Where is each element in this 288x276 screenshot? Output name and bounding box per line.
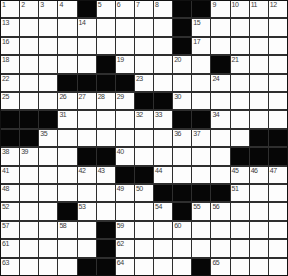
block-r14c6	[97, 240, 115, 256]
cell-r5c15[interactable]	[269, 75, 287, 91]
clue-number: 47	[270, 167, 277, 175]
cell-r9c9[interactable]	[154, 148, 172, 164]
clue-number: 44	[155, 167, 162, 175]
block-r11c11	[192, 185, 210, 201]
clue-number: 56	[212, 203, 219, 211]
block-r15c5	[78, 259, 96, 275]
block-r8c2	[20, 130, 38, 146]
block-r11c9	[154, 185, 172, 201]
clue-number: 30	[174, 93, 181, 101]
clue-number: 38	[2, 148, 9, 156]
cell-r1c1[interactable]: 1	[1, 1, 19, 17]
cell-r15c4[interactable]	[58, 259, 76, 275]
cell-r2c14[interactable]	[250, 19, 268, 35]
cell-r11c3[interactable]	[39, 185, 57, 201]
cell-r4c9[interactable]	[154, 56, 172, 72]
cell-r11c5[interactable]	[78, 185, 96, 201]
block-r9c6	[97, 148, 115, 164]
cell-r15c13[interactable]	[231, 259, 249, 275]
block-r1c10	[173, 1, 191, 17]
cell-r3c3[interactable]	[39, 38, 57, 54]
cell-r5c3[interactable]	[39, 75, 57, 91]
block-r12c10	[173, 203, 191, 219]
cell-r6c4[interactable]: 26	[58, 93, 76, 109]
clue-number: 53	[79, 203, 86, 211]
cell-r6c10[interactable]: 30	[173, 93, 191, 109]
cell-r6c14[interactable]	[250, 93, 268, 109]
cell-r9c8[interactable]	[135, 148, 153, 164]
block-r5c6	[97, 75, 115, 91]
cell-r14c14[interactable]	[250, 240, 268, 256]
clue-number: 55	[193, 203, 200, 211]
cell-r8c10[interactable]: 36	[173, 130, 191, 146]
block-r9c13	[231, 148, 249, 164]
cell-r13c10[interactable]: 60	[173, 222, 191, 238]
cell-r9c11[interactable]	[192, 148, 210, 164]
clue-number: 26	[59, 93, 66, 101]
block-r7c2	[20, 111, 38, 127]
clue-number: 2	[21, 1, 24, 9]
cell-r2c4[interactable]	[58, 19, 76, 35]
cell-r4c7[interactable]: 19	[116, 56, 134, 72]
cell-r14c15[interactable]	[269, 240, 287, 256]
clue-number: 60	[174, 222, 181, 230]
cell-r4c1[interactable]: 18	[1, 56, 19, 72]
cell-r13c5[interactable]	[78, 222, 96, 238]
cell-r14c4[interactable]	[58, 240, 76, 256]
cell-r7c4[interactable]: 31	[58, 111, 76, 127]
cell-r9c4[interactable]	[58, 148, 76, 164]
cell-r6c1[interactable]: 25	[1, 93, 19, 109]
block-r8c14	[250, 130, 268, 146]
clue-number: 48	[2, 185, 9, 193]
clue-number: 42	[79, 167, 86, 175]
cell-r15c14[interactable]	[250, 259, 268, 275]
cell-r4c2[interactable]	[20, 56, 38, 72]
cell-r10c6[interactable]: 43	[97, 167, 115, 183]
cell-r1c4[interactable]: 4	[58, 1, 76, 17]
cell-r8c7[interactable]	[116, 130, 134, 146]
cell-r11c7[interactable]: 49	[116, 185, 134, 201]
cell-r13c4[interactable]: 58	[58, 222, 76, 238]
cell-r3c4[interactable]	[58, 38, 76, 54]
cell-r3c1[interactable]: 16	[1, 38, 19, 54]
cell-r3c14[interactable]	[250, 38, 268, 54]
cell-r3c5[interactable]	[78, 38, 96, 54]
clue-number: 11	[251, 1, 257, 9]
clue-number: 3	[40, 1, 43, 9]
cell-r15c1[interactable]: 63	[1, 259, 19, 275]
clue-number: 5	[98, 1, 101, 9]
cell-r10c1[interactable]: 41	[1, 167, 19, 183]
block-r13c6	[97, 222, 115, 238]
cell-r3c8[interactable]	[135, 38, 153, 54]
clue-number: 12	[270, 1, 277, 9]
cell-r13c11[interactable]	[192, 222, 210, 238]
cell-r1c2[interactable]: 2	[20, 1, 38, 17]
cell-r4c5[interactable]	[78, 56, 96, 72]
block-r1c11	[192, 1, 210, 17]
cell-r5c1[interactable]: 22	[1, 75, 19, 91]
block-r11c10	[173, 185, 191, 201]
clue-number: 43	[98, 167, 105, 175]
clue-number: 49	[117, 185, 124, 193]
block-r3c10	[173, 38, 191, 54]
cell-r3c7[interactable]	[116, 38, 134, 54]
block-r8c1	[1, 130, 19, 146]
clue-number: 58	[59, 222, 66, 230]
cell-r11c8[interactable]: 50	[135, 185, 153, 201]
cell-r7c9[interactable]: 33	[154, 111, 172, 127]
cell-r8c13[interactable]	[231, 130, 249, 146]
cell-r3c15[interactable]	[269, 38, 287, 54]
cell-r4c3[interactable]	[39, 56, 57, 72]
cell-r14c3[interactable]	[39, 240, 57, 256]
cell-r14c5[interactable]	[78, 240, 96, 256]
clue-number: 9	[212, 1, 215, 9]
cell-r13c13[interactable]	[231, 222, 249, 238]
block-r9c14	[250, 148, 268, 164]
cell-r15c9[interactable]	[154, 259, 172, 275]
cell-r5c13[interactable]	[231, 75, 249, 91]
clue-number: 14	[79, 19, 86, 27]
block-r6c9	[154, 93, 172, 109]
cell-r9c2[interactable]: 39	[20, 148, 38, 164]
cell-r12c2[interactable]	[20, 203, 38, 219]
cell-r10c10[interactable]	[173, 167, 191, 183]
block-r4c6	[97, 56, 115, 72]
cell-r5c14[interactable]	[250, 75, 268, 91]
clue-number: 45	[232, 167, 239, 175]
cell-r4c15[interactable]	[269, 56, 287, 72]
clue-number: 17	[193, 38, 200, 46]
cell-r14c9[interactable]	[154, 240, 172, 256]
cell-r2c1[interactable]: 13	[1, 19, 19, 35]
block-r10c7	[116, 167, 134, 183]
crossword-grid: 1234567891011121314151617181920212223242…	[0, 0, 288, 276]
clue-number: 20	[174, 56, 181, 64]
cell-r8c4[interactable]	[58, 130, 76, 146]
cell-r11c6[interactable]	[97, 185, 115, 201]
block-r7c11	[192, 111, 210, 127]
clue-number: 28	[98, 93, 105, 101]
cell-r9c7[interactable]: 40	[116, 148, 134, 164]
cell-r14c1[interactable]: 61	[1, 240, 19, 256]
cell-r7c5[interactable]	[78, 111, 96, 127]
cell-r6c5[interactable]: 27	[78, 93, 96, 109]
clue-number: 10	[232, 1, 239, 9]
cell-r13c2[interactable]	[20, 222, 38, 238]
cell-r12c13[interactable]	[231, 203, 249, 219]
cell-r11c13[interactable]: 51	[231, 185, 249, 201]
cell-r2c6[interactable]	[97, 19, 115, 35]
cell-r6c2[interactable]	[20, 93, 38, 109]
cell-r10c4[interactable]	[58, 167, 76, 183]
cell-r12c15[interactable]	[269, 203, 287, 219]
cell-r15c3[interactable]	[39, 259, 57, 275]
cell-r2c7[interactable]	[116, 19, 134, 35]
cell-r15c2[interactable]	[20, 259, 38, 275]
clue-number: 41	[2, 167, 9, 175]
clue-number: 19	[117, 56, 124, 64]
clue-number: 27	[79, 93, 86, 101]
clue-number: 4	[59, 1, 62, 9]
cell-r12c11[interactable]: 55	[192, 203, 210, 219]
cell-r11c14[interactable]	[250, 185, 268, 201]
cell-r14c10[interactable]	[173, 240, 191, 256]
cell-r8c8[interactable]	[135, 130, 153, 146]
cell-r12c7[interactable]	[116, 203, 134, 219]
cell-r10c12[interactable]	[211, 167, 229, 183]
cell-r12c3[interactable]	[39, 203, 57, 219]
block-r6c8	[135, 93, 153, 109]
cell-r12c6[interactable]	[97, 203, 115, 219]
cell-r13c12[interactable]	[211, 222, 229, 238]
clue-number: 24	[212, 75, 219, 83]
cell-r5c2[interactable]	[20, 75, 38, 91]
cell-r3c13[interactable]	[231, 38, 249, 54]
cell-r6c11[interactable]	[192, 93, 210, 109]
cell-r15c12[interactable]: 65	[211, 259, 229, 275]
cell-r7c12[interactable]: 34	[211, 111, 229, 127]
cell-r10c9[interactable]: 44	[154, 167, 172, 183]
cell-r9c1[interactable]: 38	[1, 148, 19, 164]
cell-r7c13[interactable]	[231, 111, 249, 127]
block-r5c5	[78, 75, 96, 91]
block-r10c8	[135, 167, 153, 183]
cell-r2c11[interactable]: 15	[192, 19, 210, 35]
cell-r4c13[interactable]: 21	[231, 56, 249, 72]
cell-r15c8[interactable]	[135, 259, 153, 275]
cell-r10c3[interactable]	[39, 167, 57, 183]
clue-number: 34	[212, 111, 219, 119]
cell-r2c13[interactable]	[231, 19, 249, 35]
cell-r7c7[interactable]	[116, 111, 134, 127]
cell-r8c11[interactable]: 37	[192, 130, 210, 146]
cell-r4c14[interactable]	[250, 56, 268, 72]
cell-r1c12[interactable]: 9	[211, 1, 229, 17]
cell-r14c7[interactable]: 62	[116, 240, 134, 256]
block-r11c12	[211, 185, 229, 201]
cell-r6c7[interactable]: 29	[116, 93, 134, 109]
cell-r7c14[interactable]	[250, 111, 268, 127]
clue-number: 36	[174, 130, 181, 138]
cell-r7c15[interactable]	[269, 111, 287, 127]
cell-r3c11[interactable]: 17	[192, 38, 210, 54]
clue-number: 62	[117, 240, 124, 248]
cell-r2c5[interactable]: 14	[78, 19, 96, 35]
cell-r5c12[interactable]: 24	[211, 75, 229, 91]
block-r1c5	[78, 1, 96, 17]
cell-r13c15[interactable]	[269, 222, 287, 238]
cell-r8c9[interactable]	[154, 130, 172, 146]
clue-number: 7	[136, 1, 139, 9]
cell-r6c3[interactable]	[39, 93, 57, 109]
clue-number: 54	[155, 203, 162, 211]
cell-r1c8[interactable]: 7	[135, 1, 153, 17]
cell-r10c2[interactable]	[20, 167, 38, 183]
cell-r10c5[interactable]: 42	[78, 167, 96, 183]
cell-r4c10[interactable]: 20	[173, 56, 191, 72]
cell-r8c5[interactable]	[78, 130, 96, 146]
cell-r1c7[interactable]: 6	[116, 1, 134, 17]
clue-number: 65	[212, 259, 219, 267]
cell-r5c11[interactable]	[192, 75, 210, 91]
cell-r13c9[interactable]	[154, 222, 172, 238]
cell-r14c8[interactable]	[135, 240, 153, 256]
block-r5c7	[116, 75, 134, 91]
clue-number: 25	[2, 93, 9, 101]
cell-r12c14[interactable]	[250, 203, 268, 219]
clue-number: 57	[2, 222, 9, 230]
clue-number: 33	[155, 111, 162, 119]
block-r12c4	[58, 203, 76, 219]
cell-r13c8[interactable]	[135, 222, 153, 238]
clue-number: 13	[2, 19, 9, 27]
cell-r7c6[interactable]	[97, 111, 115, 127]
cell-r11c15[interactable]	[269, 185, 287, 201]
cell-r2c3[interactable]	[39, 19, 57, 35]
clue-number: 1	[2, 1, 5, 9]
clue-number: 35	[40, 130, 47, 138]
cell-r9c12[interactable]	[211, 148, 229, 164]
clue-number: 51	[232, 185, 239, 193]
block-r7c3	[39, 111, 57, 127]
cell-r7c8[interactable]: 32	[135, 111, 153, 127]
clue-number: 8	[155, 1, 158, 9]
cell-r15c7[interactable]: 64	[116, 259, 134, 275]
block-r15c6	[97, 259, 115, 275]
clue-number: 63	[2, 259, 9, 267]
cell-r5c10[interactable]	[173, 75, 191, 91]
cell-r13c14[interactable]	[250, 222, 268, 238]
cell-r13c7[interactable]: 59	[116, 222, 134, 238]
cell-r6c6[interactable]: 28	[97, 93, 115, 109]
clue-number: 37	[193, 130, 200, 138]
clue-number: 52	[2, 203, 9, 211]
cell-r1c15[interactable]: 12	[269, 1, 287, 17]
clue-number: 16	[2, 38, 9, 46]
crossword-board: 1234567891011121314151617181920212223242…	[0, 0, 288, 276]
cell-r14c11[interactable]	[192, 240, 210, 256]
clue-number: 29	[117, 93, 124, 101]
cell-r2c15[interactable]	[269, 19, 287, 35]
cell-r12c1[interactable]: 52	[1, 203, 19, 219]
block-r4c12	[211, 56, 229, 72]
block-r9c15	[269, 148, 287, 164]
cell-r9c3[interactable]	[39, 148, 57, 164]
block-r15c11	[192, 259, 210, 275]
cell-r1c9[interactable]: 8	[154, 1, 172, 17]
cell-r6c15[interactable]	[269, 93, 287, 109]
cell-r4c8[interactable]	[135, 56, 153, 72]
cell-r2c2[interactable]	[20, 19, 38, 35]
cell-r15c10[interactable]	[173, 259, 191, 275]
cell-r12c5[interactable]: 53	[78, 203, 96, 219]
block-r8c15	[269, 130, 287, 146]
cell-r1c14[interactable]: 11	[250, 1, 268, 17]
cell-r3c9[interactable]	[154, 38, 172, 54]
block-r5c4	[58, 75, 76, 91]
block-r7c1	[1, 111, 19, 127]
cell-r2c8[interactable]	[135, 19, 153, 35]
block-r7c10	[173, 111, 191, 127]
clue-number: 39	[21, 148, 28, 156]
cell-r10c11[interactable]	[192, 167, 210, 183]
clue-number: 15	[193, 19, 200, 27]
clue-number: 61	[2, 240, 9, 248]
cell-r14c13[interactable]	[231, 240, 249, 256]
cell-r6c12[interactable]	[211, 93, 229, 109]
cell-r3c6[interactable]	[97, 38, 115, 54]
clue-number: 46	[251, 167, 258, 175]
clue-number: 59	[117, 222, 124, 230]
clue-number: 32	[136, 111, 143, 119]
cell-r12c9[interactable]: 54	[154, 203, 172, 219]
cell-r10c13[interactable]: 45	[231, 167, 249, 183]
cell-r12c8[interactable]	[135, 203, 153, 219]
clue-number: 31	[59, 111, 66, 119]
clue-number: 22	[2, 75, 9, 83]
cell-r2c12[interactable]	[211, 19, 229, 35]
cell-r12c12[interactable]: 56	[211, 203, 229, 219]
clue-number: 23	[136, 75, 143, 83]
clue-number: 50	[136, 185, 143, 193]
cell-r5c8[interactable]: 23	[135, 75, 153, 91]
cell-r1c6[interactable]: 5	[97, 1, 115, 17]
cell-r9c10[interactable]	[173, 148, 191, 164]
cell-r13c1[interactable]: 57	[1, 222, 19, 238]
cell-r3c2[interactable]	[20, 38, 38, 54]
clue-number: 6	[117, 1, 120, 9]
cell-r8c6[interactable]	[97, 130, 115, 146]
cell-r11c4[interactable]	[58, 185, 76, 201]
cell-r10c14[interactable]: 46	[250, 167, 268, 183]
cell-r10c15[interactable]: 47	[269, 167, 287, 183]
clue-number: 40	[117, 148, 124, 156]
block-r9c5	[78, 148, 96, 164]
cell-r8c3[interactable]: 35	[39, 130, 57, 146]
cell-r11c2[interactable]	[20, 185, 38, 201]
block-r2c10	[173, 19, 191, 35]
cell-r5c9[interactable]	[154, 75, 172, 91]
cell-r8c12[interactable]	[211, 130, 229, 146]
cell-r6c13[interactable]	[231, 93, 249, 109]
cell-r1c3[interactable]: 3	[39, 1, 57, 17]
cell-r13c3[interactable]	[39, 222, 57, 238]
cell-r1c13[interactable]: 10	[231, 1, 249, 17]
cell-r14c2[interactable]	[20, 240, 38, 256]
cell-r15c15[interactable]	[269, 259, 287, 275]
cell-r2c9[interactable]	[154, 19, 172, 35]
cell-r3c12[interactable]	[211, 38, 229, 54]
clue-number: 64	[117, 259, 124, 267]
cell-r14c12[interactable]	[211, 240, 229, 256]
clue-number: 21	[232, 56, 239, 64]
cell-r4c11[interactable]	[192, 56, 210, 72]
cell-r4c4[interactable]	[58, 56, 76, 72]
cell-r11c1[interactable]: 48	[1, 185, 19, 201]
clue-number: 18	[2, 56, 9, 64]
